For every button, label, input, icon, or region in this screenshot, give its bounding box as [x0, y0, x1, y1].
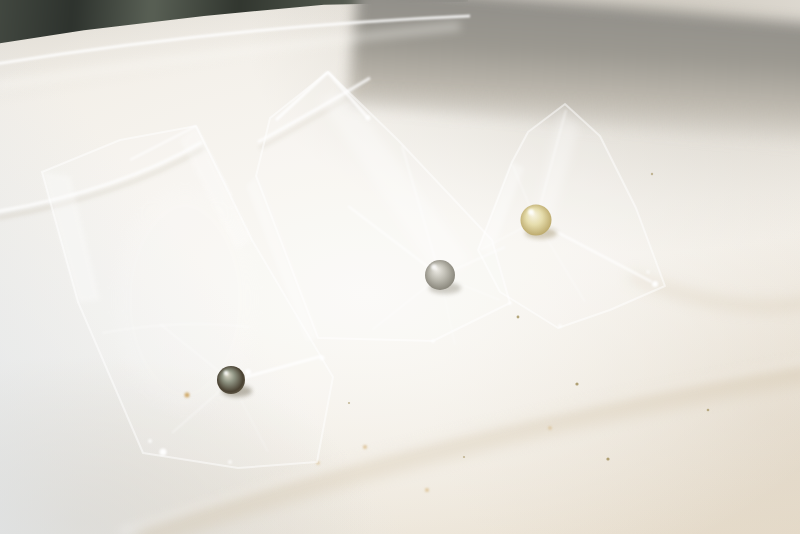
bag-right [478, 104, 665, 328]
pearl-middle [425, 260, 455, 290]
pearl-right [521, 205, 552, 236]
photo-scene [0, 0, 800, 534]
tray-rim-highlight [0, 16, 470, 86]
photo [0, 0, 800, 534]
